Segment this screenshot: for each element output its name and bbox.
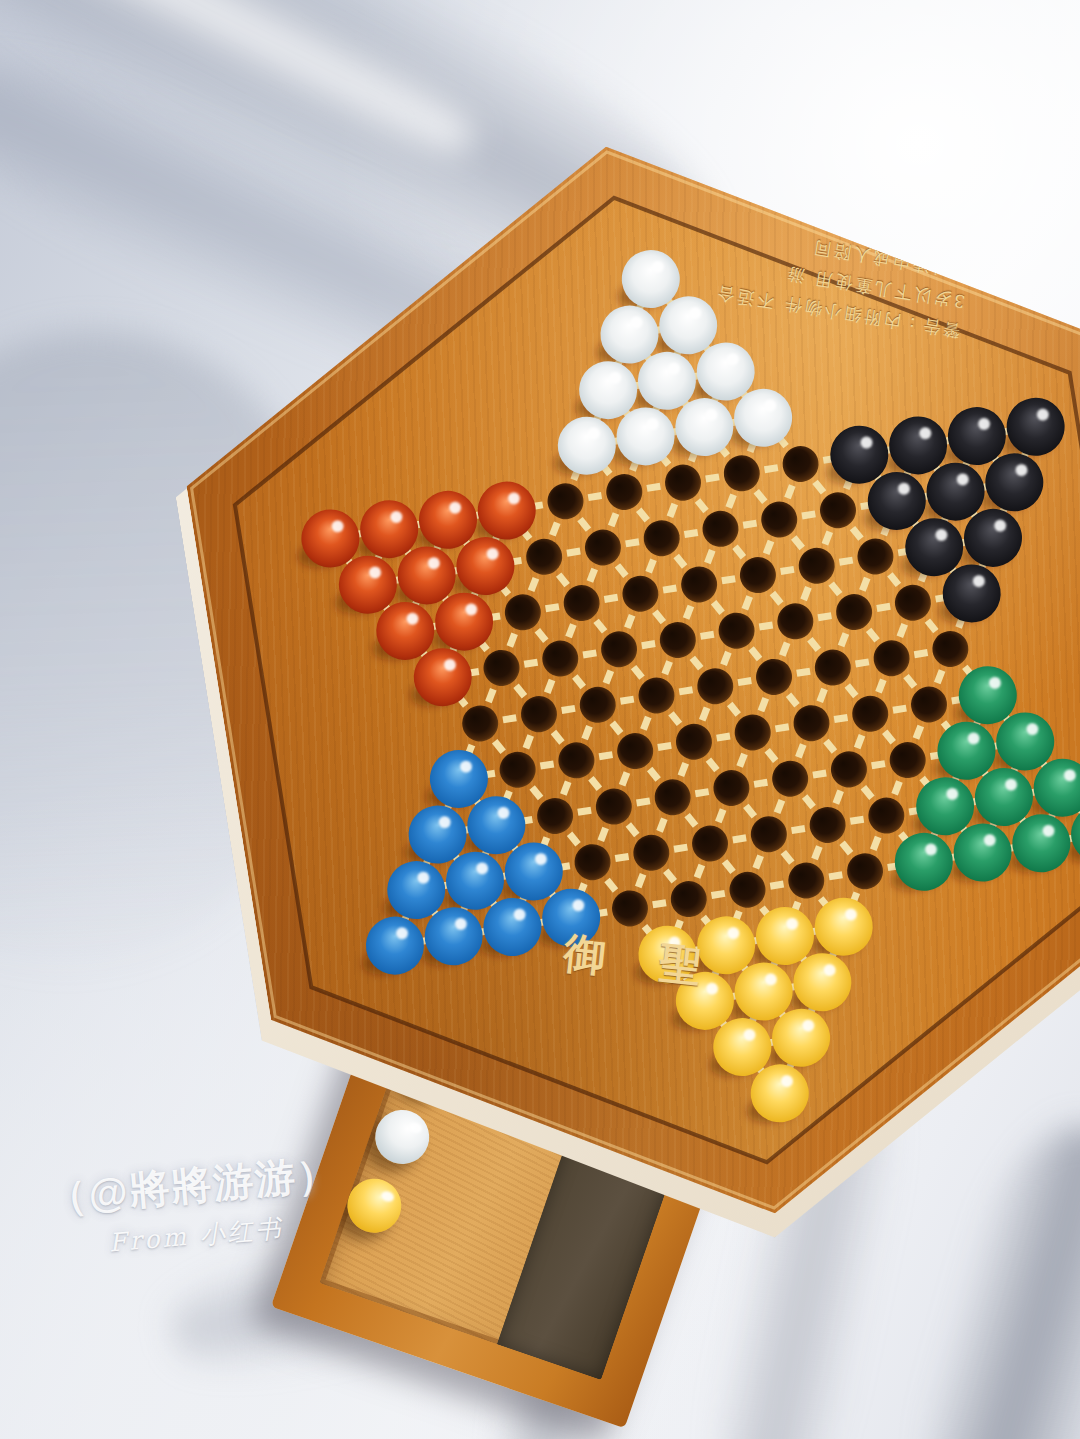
board-hole [834, 591, 875, 632]
inlay-dash [604, 597, 617, 599]
inlay-dash [687, 814, 695, 827]
inlay-dash [872, 764, 885, 766]
board-hole [673, 721, 714, 762]
inlay-dash [679, 763, 687, 776]
board-hole [535, 795, 576, 836]
board-hole [892, 582, 933, 623]
inlay-dash [636, 874, 644, 887]
inlay-dash [733, 838, 746, 840]
inlay-dash [770, 884, 783, 886]
spare-marble-yellow[interactable] [340, 1171, 409, 1240]
board-hole [609, 888, 650, 929]
inlay-dash [877, 606, 890, 608]
inlay-dash [810, 638, 818, 651]
board-hole [695, 666, 736, 707]
inlay-dash [570, 833, 578, 846]
inlay-dash [847, 684, 855, 697]
inlay-dash [772, 592, 780, 605]
board-hole [540, 638, 581, 679]
inlay-dash [580, 518, 588, 531]
inlay-dash [537, 629, 545, 642]
inlay-dash [653, 903, 666, 905]
inlay-dash [839, 634, 847, 647]
inlay-dash [695, 792, 708, 794]
inlay-dash [559, 574, 567, 587]
inlay-dash [813, 846, 821, 859]
board-hole [662, 462, 703, 503]
inlay-dash [508, 634, 516, 647]
inlay-dash [617, 564, 625, 577]
fabric-highlight [0, 0, 490, 182]
inlay-dash [620, 699, 633, 701]
inlay-dash [802, 587, 810, 600]
inlay-dash [578, 810, 591, 812]
board-hole [689, 823, 730, 864]
board-hole [737, 555, 778, 596]
inlay-dash [863, 786, 871, 799]
inlay-dash [599, 828, 607, 841]
board-hole [561, 582, 602, 623]
inlay-dash [546, 607, 559, 609]
inlay-dash [706, 477, 719, 479]
inlay-dash [797, 745, 805, 758]
inlay-dash [815, 481, 823, 494]
board-hole [828, 749, 869, 790]
inlay-dash [856, 662, 869, 664]
inlay-dash [818, 689, 826, 702]
board-hole [652, 777, 693, 818]
inlay-dash [642, 717, 650, 730]
star-grid [144, 74, 1080, 1287]
inlay-dash [716, 809, 724, 822]
board-hole [930, 628, 971, 669]
inlay-dash [871, 837, 879, 850]
inlay-dash [620, 773, 628, 786]
inlay-dash [532, 786, 540, 799]
board-hole [786, 860, 827, 901]
inlay-dash [540, 764, 553, 766]
board-hole [855, 536, 896, 577]
inlay-dash [567, 625, 575, 638]
inlay-dash [599, 755, 612, 757]
inlay-dash [869, 629, 877, 642]
inlay-dash [727, 495, 735, 508]
inlay-dash [818, 616, 831, 618]
inlay-dash [650, 768, 658, 781]
board-hole [582, 527, 623, 568]
inlay-dash [674, 847, 687, 849]
inlay-dash [746, 805, 754, 818]
inlay-dash [756, 490, 764, 503]
inlay-dash [735, 546, 743, 559]
inlay-dash [823, 532, 831, 545]
board-hole [572, 842, 613, 883]
board-hole [593, 786, 634, 827]
board-hole [780, 443, 821, 484]
board-hole [775, 601, 816, 642]
inlay-dash [684, 606, 692, 619]
board-hole [668, 878, 709, 919]
inlay-dash [562, 708, 575, 710]
board-hole [556, 740, 597, 781]
inlay-dash [639, 509, 647, 522]
inlay-dash [615, 856, 628, 858]
inlay-dash [802, 514, 815, 516]
board-hole [641, 518, 682, 559]
inlay-dash [663, 588, 676, 590]
inlay-dash [898, 624, 906, 637]
board-hole [908, 684, 949, 725]
inlay-dash [893, 782, 901, 795]
inlay-dash [805, 795, 813, 808]
inlay-dash [671, 712, 679, 725]
inlay-dash [935, 670, 943, 683]
inlay-dash [706, 550, 714, 563]
inlay-dash [717, 736, 730, 738]
inlay-dash [914, 653, 927, 655]
inlay-dash [708, 759, 716, 772]
board-hole [871, 638, 912, 679]
photo-scene: 警告：内附细小物件 不适合 3岁以下儿童使用 游 戏时请由成人陪同 御聖 （@將… [0, 0, 1080, 1439]
inlay-dash [877, 680, 885, 693]
inlay-dash [676, 555, 684, 568]
inlay-dash [588, 496, 601, 498]
inlay-dash [743, 523, 756, 525]
inlay-dash [516, 685, 524, 698]
inlay-dash [700, 708, 708, 721]
inlay-dash [553, 731, 561, 744]
board-hole [620, 573, 661, 614]
board-hole [748, 814, 789, 855]
inlay-dash [842, 842, 850, 855]
inlay-dash [711, 893, 724, 895]
inlay-dash [759, 698, 767, 711]
inlay-dash [663, 661, 671, 674]
inlay-dash [692, 657, 700, 670]
inlay-dash [722, 579, 735, 581]
inlay-dash [831, 583, 839, 596]
board-hole [727, 869, 768, 910]
board-hole [502, 592, 543, 633]
inlay-dash [775, 800, 783, 813]
inlay-dash [780, 643, 788, 656]
inlay-dash [529, 578, 537, 591]
inlay-dash [850, 819, 863, 821]
inlay-dash [609, 513, 617, 526]
board-hole [657, 619, 698, 660]
board-hole [604, 471, 645, 512]
board-hole [700, 508, 741, 549]
board-hole [598, 629, 639, 670]
inlay-dash [834, 791, 842, 804]
inlay-dash [829, 875, 842, 877]
inlay-dash [927, 620, 935, 633]
inlay-dash [914, 726, 922, 739]
inlay-dash [789, 694, 797, 707]
inlay-dash [794, 536, 802, 549]
inlay-dash [754, 856, 762, 869]
board-hole [866, 795, 907, 836]
inlay-dash [855, 735, 863, 748]
inlay-dash [754, 782, 767, 784]
inlay-dash [684, 532, 697, 534]
inlay-dash [767, 749, 775, 762]
board-hole [796, 545, 837, 586]
board-hole [791, 703, 832, 744]
board-hole [679, 564, 720, 605]
inlay-dash [612, 722, 620, 735]
inlay-dash [826, 740, 834, 753]
inlay-dash [834, 717, 847, 719]
inlay-dash [738, 680, 751, 682]
board-hole [732, 712, 773, 753]
inlay-dash [588, 569, 596, 582]
inlay-dash [797, 671, 810, 673]
inlay-dash [647, 560, 655, 573]
board-hole [615, 730, 656, 771]
inlay-dash [583, 726, 591, 739]
inlay-dash [861, 578, 869, 591]
board-hole [460, 703, 501, 744]
board-hole [807, 804, 848, 845]
inlay-dash [495, 740, 503, 753]
board-hole [545, 481, 586, 522]
inlay-dash [575, 675, 583, 688]
board-hole [850, 693, 891, 734]
inlay-dash [764, 541, 772, 554]
inlay-dash [545, 680, 553, 693]
inlay-dash [647, 486, 660, 488]
inlay-dash [607, 879, 615, 892]
inlay-dash [634, 666, 642, 679]
inlay-dash [714, 601, 722, 614]
inlay-dash [642, 644, 655, 646]
board-hole [887, 739, 928, 780]
inlay-dash [698, 499, 706, 512]
board-hole [636, 675, 677, 716]
inlay-dash [524, 736, 532, 749]
inlay-dash [668, 504, 676, 517]
board-hole [577, 684, 618, 725]
inlay-dash [679, 690, 692, 692]
inlay-dash [783, 851, 791, 864]
inlay-dash [658, 745, 671, 747]
inlay-dash [583, 653, 596, 655]
inlay-dash [604, 671, 612, 684]
board-hole [524, 536, 565, 577]
inlay-dash [852, 527, 860, 540]
inlay-dash [765, 468, 778, 470]
inlay-dash [781, 569, 794, 571]
board-hole [481, 647, 522, 688]
board-hole [770, 758, 811, 799]
inlay-dash [695, 865, 703, 878]
inlay-dash [775, 727, 788, 729]
inlay-dash [701, 634, 714, 636]
board-hole [716, 610, 757, 651]
inlay-dash [524, 662, 537, 664]
inlay-dash [813, 773, 826, 775]
inlay-dash [655, 611, 663, 624]
inlay-dash [666, 870, 674, 883]
inlay-dash [890, 573, 898, 586]
inlay-dash [722, 652, 730, 665]
inlay-dash [626, 542, 639, 544]
board-hole [497, 749, 538, 790]
inlay-dash [738, 754, 746, 767]
inlay-dash [839, 560, 852, 562]
inlay-dash [751, 647, 759, 660]
inlay-dash [730, 703, 738, 716]
chinese-checkers-board: 警告：内附细小物件 不适合 3岁以下儿童使用 游 戏时请由成人陪同 御聖 [144, 74, 1080, 1287]
inlay-dash [743, 597, 751, 610]
inlay-dash [562, 782, 570, 795]
fabric-fold [894, 1105, 1080, 1439]
spare-marble-white[interactable] [368, 1103, 437, 1172]
board-hole [817, 490, 858, 531]
inlay-dash [591, 777, 599, 790]
inlay-dash [551, 523, 559, 536]
inlay-dash [759, 625, 772, 627]
board-hole [711, 767, 752, 808]
board-hole [759, 499, 800, 540]
board-hole [518, 694, 559, 735]
board-hole [812, 647, 853, 688]
inlay-dash [596, 620, 604, 633]
inlay-dash [658, 819, 666, 832]
board-hole [631, 832, 672, 873]
inlay-dash [725, 860, 733, 873]
board-hole [721, 453, 762, 494]
inlay-dash [628, 823, 636, 836]
inlay-dash [786, 485, 794, 498]
inlay-dash [637, 801, 650, 803]
inlay-dash [567, 551, 580, 553]
inlay-dash [792, 829, 805, 831]
board-hole [844, 851, 885, 892]
inlay-dash [906, 675, 914, 688]
inlay-dash [503, 718, 516, 720]
inlay-dash [487, 689, 495, 702]
inlay-dash [885, 731, 893, 744]
inlay-dash [893, 708, 906, 710]
board-hole [753, 656, 794, 697]
inlay-dash [625, 615, 633, 628]
